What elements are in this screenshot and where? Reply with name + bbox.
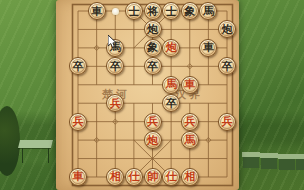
piece-black-将[interactable]: 将 [144, 2, 162, 20]
piece-red-馬[interactable]: 馬 [181, 131, 199, 149]
piece-red-車[interactable]: 車 [181, 76, 199, 94]
mouse-cursor-icon [108, 35, 118, 49]
piece-black-象[interactable]: 象 [144, 39, 162, 57]
game-window: 楚河 汉界 車士将士象馬炮炮馬象炮車卒卒卒卒馬車兵卒兵兵兵兵炮馬車相仕帥仕相 [0, 0, 304, 190]
piece-red-兵[interactable]: 兵 [218, 113, 236, 131]
shelter-canopy [19, 140, 52, 166]
piece-red-相[interactable]: 相 [181, 168, 199, 186]
hut [261, 157, 277, 169]
piece-red-馬[interactable]: 馬 [162, 76, 180, 94]
piece-red-兵[interactable]: 兵 [69, 113, 87, 131]
hut [279, 158, 295, 170]
xiangqi-board[interactable]: 楚河 汉界 車士将士象馬炮炮馬象炮車卒卒卒卒馬車兵卒兵兵兵兵炮馬車相仕帥仕相 [56, 0, 239, 190]
piece-black-士[interactable]: 士 [162, 2, 180, 20]
hut [243, 156, 259, 168]
piece-black-車[interactable]: 車 [88, 2, 106, 20]
piece-black-炮[interactable]: 炮 [144, 20, 162, 38]
piece-black-卒[interactable]: 卒 [144, 57, 162, 75]
piece-red-仕[interactable]: 仕 [162, 168, 180, 186]
piece-red-炮[interactable]: 炮 [144, 131, 162, 149]
canopy-roof [18, 140, 53, 148]
piece-black-象[interactable]: 象 [181, 2, 199, 20]
piece-red-炮[interactable]: 炮 [162, 39, 180, 57]
piece-red-兵[interactable]: 兵 [144, 113, 162, 131]
canopy-post [22, 148, 23, 163]
piece-red-帥[interactable]: 帥 [144, 168, 162, 186]
hut [296, 158, 304, 170]
canopy-post [48, 148, 49, 163]
piece-red-仕[interactable]: 仕 [125, 168, 143, 186]
piece-red-車[interactable]: 車 [69, 168, 87, 186]
piece-black-士[interactable]: 士 [125, 2, 143, 20]
last-move-origin-marker [112, 8, 119, 15]
piece-red-兵[interactable]: 兵 [181, 113, 199, 131]
